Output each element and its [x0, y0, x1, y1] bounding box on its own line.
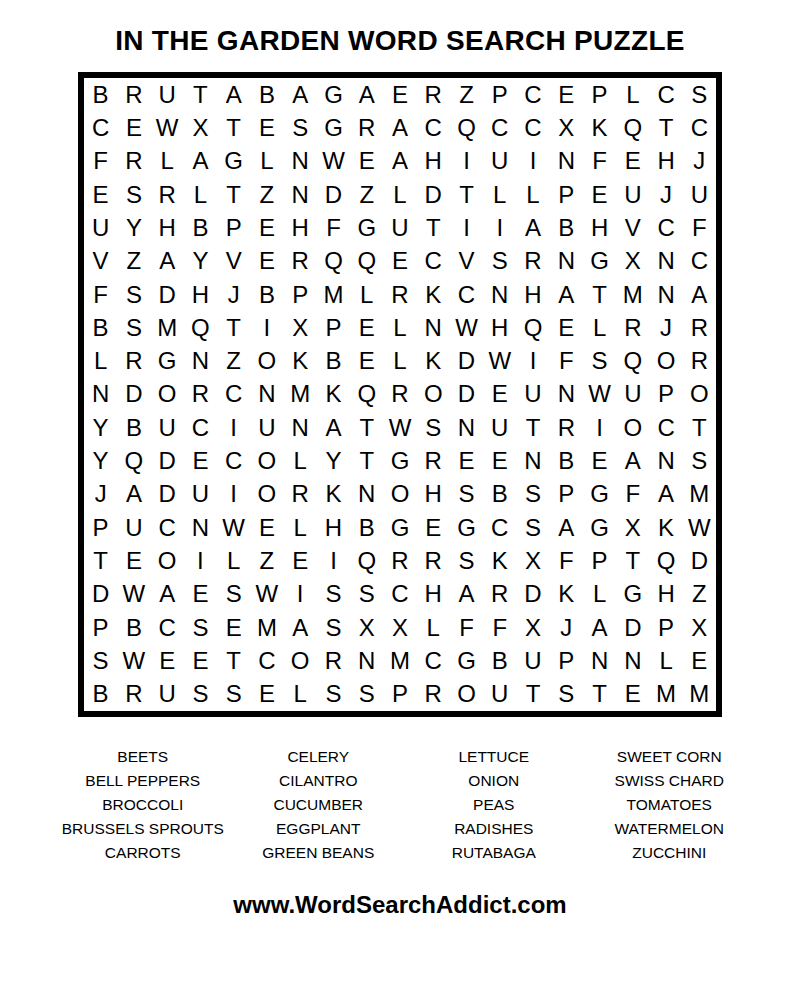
grid-cell[interactable]: S: [317, 611, 350, 644]
grid-cell[interactable]: E: [383, 245, 416, 278]
grid-cell[interactable]: U: [84, 211, 117, 244]
grid-cell[interactable]: H: [583, 211, 616, 244]
grid-cell[interactable]: B: [250, 78, 283, 111]
grid-cell[interactable]: N: [583, 644, 616, 677]
grid-cell[interactable]: A: [350, 78, 383, 111]
grid-cell[interactable]: A: [516, 211, 549, 244]
grid-cell[interactable]: Q: [516, 311, 549, 344]
grid-cell[interactable]: E: [184, 644, 217, 677]
grid-cell[interactable]: Q: [317, 245, 350, 278]
grid-cell[interactable]: U: [483, 145, 516, 178]
grid-cell[interactable]: K: [417, 345, 450, 378]
grid-cell[interactable]: B: [550, 444, 583, 477]
grid-cell[interactable]: R: [417, 78, 450, 111]
grid-cell[interactable]: P: [317, 311, 350, 344]
grid-cell[interactable]: A: [383, 111, 416, 144]
grid-cell[interactable]: E: [550, 78, 583, 111]
grid-cell[interactable]: F: [683, 211, 716, 244]
grid-cell[interactable]: T: [217, 311, 250, 344]
grid-cell[interactable]: B: [350, 511, 383, 544]
grid-cell[interactable]: M: [649, 678, 682, 711]
grid-cell[interactable]: F: [550, 345, 583, 378]
grid-cell[interactable]: R: [417, 678, 450, 711]
grid-cell[interactable]: G: [317, 78, 350, 111]
grid-cell[interactable]: E: [383, 78, 416, 111]
grid-cell[interactable]: U: [151, 78, 184, 111]
grid-cell[interactable]: P: [550, 644, 583, 677]
grid-cell[interactable]: A: [284, 611, 317, 644]
grid-cell[interactable]: D: [117, 378, 150, 411]
grid-cell[interactable]: R: [417, 444, 450, 477]
grid-cell[interactable]: L: [217, 544, 250, 577]
grid-cell[interactable]: G: [383, 511, 416, 544]
grid-cell[interactable]: T: [649, 111, 682, 144]
grid-cell[interactable]: D: [151, 278, 184, 311]
grid-cell[interactable]: Q: [649, 544, 682, 577]
grid-cell[interactable]: I: [217, 478, 250, 511]
grid-cell[interactable]: K: [284, 345, 317, 378]
grid-cell[interactable]: X: [284, 311, 317, 344]
grid-cell[interactable]: L: [284, 511, 317, 544]
grid-cell[interactable]: W: [117, 578, 150, 611]
grid-cell[interactable]: U: [151, 678, 184, 711]
grid-cell[interactable]: S: [317, 578, 350, 611]
grid-cell[interactable]: L: [583, 578, 616, 611]
grid-cell[interactable]: Z: [250, 178, 283, 211]
grid-cell[interactable]: Y: [84, 444, 117, 477]
grid-cell[interactable]: T: [350, 411, 383, 444]
grid-cell[interactable]: B: [117, 411, 150, 444]
grid-cell[interactable]: R: [117, 78, 150, 111]
grid-cell[interactable]: V: [84, 245, 117, 278]
grid-cell[interactable]: U: [483, 678, 516, 711]
grid-cell[interactable]: J: [84, 478, 117, 511]
grid-cell[interactable]: G: [450, 511, 483, 544]
grid-cell[interactable]: H: [184, 278, 217, 311]
grid-cell[interactable]: L: [417, 611, 450, 644]
grid-cell[interactable]: B: [84, 78, 117, 111]
grid-cell[interactable]: R: [550, 411, 583, 444]
grid-cell[interactable]: W: [450, 311, 483, 344]
grid-cell[interactable]: B: [84, 311, 117, 344]
grid-cell[interactable]: L: [583, 311, 616, 344]
grid-cell[interactable]: R: [483, 578, 516, 611]
grid-cell[interactable]: F: [616, 478, 649, 511]
grid-cell[interactable]: G: [450, 644, 483, 677]
grid-cell[interactable]: I: [450, 211, 483, 244]
grid-cell[interactable]: I: [284, 578, 317, 611]
grid-cell[interactable]: P: [483, 78, 516, 111]
grid-cell[interactable]: H: [417, 145, 450, 178]
grid-cell[interactable]: E: [350, 345, 383, 378]
grid-cell[interactable]: H: [649, 145, 682, 178]
grid-cell[interactable]: E: [250, 511, 283, 544]
grid-cell[interactable]: G: [317, 111, 350, 144]
grid-cell[interactable]: V: [217, 245, 250, 278]
grid-cell[interactable]: Q: [184, 311, 217, 344]
grid-cell[interactable]: L: [184, 178, 217, 211]
grid-cell[interactable]: B: [117, 611, 150, 644]
grid-cell[interactable]: P: [583, 78, 616, 111]
grid-cell[interactable]: T: [350, 444, 383, 477]
grid-cell[interactable]: I: [516, 145, 549, 178]
grid-cell[interactable]: S: [117, 311, 150, 344]
grid-cell[interactable]: M: [317, 278, 350, 311]
grid-cell[interactable]: P: [550, 478, 583, 511]
grid-cell[interactable]: Q: [450, 111, 483, 144]
grid-cell[interactable]: A: [317, 411, 350, 444]
grid-cell[interactable]: C: [683, 245, 716, 278]
grid-cell[interactable]: G: [383, 444, 416, 477]
grid-cell[interactable]: C: [483, 511, 516, 544]
grid-cell[interactable]: E: [616, 145, 649, 178]
grid-cell[interactable]: Y: [184, 245, 217, 278]
grid-cell[interactable]: S: [184, 678, 217, 711]
grid-cell[interactable]: W: [317, 145, 350, 178]
grid-cell[interactable]: E: [350, 311, 383, 344]
grid-cell[interactable]: F: [583, 145, 616, 178]
grid-cell[interactable]: X: [350, 611, 383, 644]
grid-cell[interactable]: S: [84, 644, 117, 677]
grid-cell[interactable]: U: [117, 511, 150, 544]
grid-cell[interactable]: T: [583, 678, 616, 711]
grid-cell[interactable]: W: [483, 345, 516, 378]
grid-cell[interactable]: H: [317, 511, 350, 544]
grid-cell[interactable]: L: [350, 278, 383, 311]
grid-cell[interactable]: A: [117, 478, 150, 511]
grid-cell[interactable]: S: [683, 444, 716, 477]
grid-cell[interactable]: I: [217, 411, 250, 444]
grid-cell[interactable]: K: [483, 544, 516, 577]
grid-cell[interactable]: F: [84, 145, 117, 178]
grid-cell[interactable]: C: [483, 111, 516, 144]
grid-cell[interactable]: D: [450, 378, 483, 411]
grid-cell[interactable]: F: [84, 278, 117, 311]
grid-cell[interactable]: K: [550, 578, 583, 611]
grid-cell[interactable]: F: [450, 611, 483, 644]
grid-cell[interactable]: N: [284, 145, 317, 178]
grid-cell[interactable]: R: [317, 644, 350, 677]
grid-cell[interactable]: C: [450, 278, 483, 311]
grid-cell[interactable]: N: [550, 145, 583, 178]
grid-cell[interactable]: T: [683, 411, 716, 444]
grid-cell[interactable]: N: [350, 644, 383, 677]
grid-cell[interactable]: E: [117, 111, 150, 144]
grid-cell[interactable]: C: [417, 644, 450, 677]
grid-cell[interactable]: E: [84, 178, 117, 211]
grid-cell[interactable]: Z: [217, 345, 250, 378]
grid-cell[interactable]: Q: [350, 245, 383, 278]
grid-cell[interactable]: E: [184, 444, 217, 477]
grid-cell[interactable]: A: [184, 145, 217, 178]
grid-cell[interactable]: R: [683, 311, 716, 344]
grid-cell[interactable]: W: [383, 411, 416, 444]
grid-cell[interactable]: H: [284, 211, 317, 244]
grid-cell[interactable]: X: [516, 611, 549, 644]
grid-cell[interactable]: J: [683, 145, 716, 178]
grid-cell[interactable]: E: [217, 611, 250, 644]
grid-cell[interactable]: T: [217, 178, 250, 211]
grid-cell[interactable]: T: [450, 178, 483, 211]
grid-cell[interactable]: S: [516, 478, 549, 511]
grid-cell[interactable]: P: [217, 211, 250, 244]
grid-cell[interactable]: N: [284, 178, 317, 211]
grid-cell[interactable]: O: [383, 478, 416, 511]
grid-cell[interactable]: A: [583, 611, 616, 644]
grid-cell[interactable]: R: [117, 345, 150, 378]
grid-cell[interactable]: A: [550, 278, 583, 311]
grid-cell[interactable]: Q: [117, 444, 150, 477]
grid-cell[interactable]: E: [683, 644, 716, 677]
grid-cell[interactable]: C: [649, 78, 682, 111]
grid-cell[interactable]: H: [417, 478, 450, 511]
grid-cell[interactable]: E: [550, 311, 583, 344]
grid-cell[interactable]: O: [151, 544, 184, 577]
grid-cell[interactable]: S: [117, 178, 150, 211]
grid-cell[interactable]: T: [84, 544, 117, 577]
grid-cell[interactable]: N: [184, 345, 217, 378]
grid-cell[interactable]: S: [350, 678, 383, 711]
grid-cell[interactable]: I: [516, 345, 549, 378]
grid-cell[interactable]: M: [250, 611, 283, 644]
grid-cell[interactable]: U: [184, 478, 217, 511]
grid-cell[interactable]: U: [516, 378, 549, 411]
grid-cell[interactable]: Z: [683, 578, 716, 611]
grid-cell[interactable]: R: [184, 378, 217, 411]
grid-cell[interactable]: L: [383, 345, 416, 378]
grid-cell[interactable]: W: [250, 578, 283, 611]
grid-cell[interactable]: E: [417, 511, 450, 544]
grid-cell[interactable]: N: [516, 444, 549, 477]
grid-cell[interactable]: G: [151, 345, 184, 378]
grid-cell[interactable]: E: [583, 178, 616, 211]
grid-cell[interactable]: J: [649, 311, 682, 344]
grid-cell[interactable]: B: [84, 678, 117, 711]
grid-cell[interactable]: U: [250, 411, 283, 444]
grid-cell[interactable]: Y: [117, 211, 150, 244]
grid-cell[interactable]: S: [450, 544, 483, 577]
grid-cell[interactable]: U: [616, 178, 649, 211]
grid-cell[interactable]: T: [516, 678, 549, 711]
grid-cell[interactable]: P: [649, 611, 682, 644]
grid-cell[interactable]: C: [383, 578, 416, 611]
grid-cell[interactable]: L: [616, 78, 649, 111]
grid-cell[interactable]: I: [583, 411, 616, 444]
grid-cell[interactable]: A: [550, 511, 583, 544]
grid-cell[interactable]: T: [217, 111, 250, 144]
grid-cell[interactable]: E: [616, 678, 649, 711]
grid-cell[interactable]: R: [350, 111, 383, 144]
grid-cell[interactable]: T: [417, 211, 450, 244]
grid-cell[interactable]: B: [250, 278, 283, 311]
grid-cell[interactable]: P: [383, 678, 416, 711]
grid-cell[interactable]: E: [483, 378, 516, 411]
grid-cell[interactable]: E: [184, 578, 217, 611]
grid-cell[interactable]: D: [84, 578, 117, 611]
grid-cell[interactable]: B: [550, 211, 583, 244]
grid-cell[interactable]: S: [683, 78, 716, 111]
grid-cell[interactable]: E: [350, 145, 383, 178]
grid-cell[interactable]: F: [317, 211, 350, 244]
grid-cell[interactable]: A: [683, 278, 716, 311]
grid-cell[interactable]: P: [649, 378, 682, 411]
grid-cell[interactable]: D: [450, 345, 483, 378]
grid-cell[interactable]: W: [217, 511, 250, 544]
grid-cell[interactable]: E: [483, 444, 516, 477]
grid-cell[interactable]: E: [250, 211, 283, 244]
grid-cell[interactable]: S: [217, 678, 250, 711]
grid-cell[interactable]: S: [516, 511, 549, 544]
grid-cell[interactable]: C: [217, 378, 250, 411]
grid-cell[interactable]: C: [151, 511, 184, 544]
grid-cell[interactable]: Q: [616, 111, 649, 144]
grid-cell[interactable]: H: [417, 578, 450, 611]
grid-cell[interactable]: O: [450, 678, 483, 711]
grid-cell[interactable]: J: [550, 611, 583, 644]
grid-cell[interactable]: F: [483, 611, 516, 644]
grid-cell[interactable]: S: [350, 578, 383, 611]
grid-cell[interactable]: N: [616, 644, 649, 677]
grid-cell[interactable]: L: [284, 444, 317, 477]
grid-cell[interactable]: N: [250, 378, 283, 411]
grid-cell[interactable]: N: [649, 245, 682, 278]
grid-cell[interactable]: S: [284, 111, 317, 144]
grid-cell[interactable]: H: [516, 278, 549, 311]
grid-cell[interactable]: N: [84, 378, 117, 411]
grid-cell[interactable]: A: [151, 578, 184, 611]
grid-cell[interactable]: L: [483, 178, 516, 211]
grid-cell[interactable]: N: [483, 278, 516, 311]
grid-cell[interactable]: U: [383, 211, 416, 244]
grid-cell[interactable]: A: [217, 78, 250, 111]
grid-cell[interactable]: N: [550, 378, 583, 411]
grid-cell[interactable]: C: [151, 611, 184, 644]
grid-cell[interactable]: U: [483, 411, 516, 444]
grid-cell[interactable]: D: [616, 611, 649, 644]
grid-cell[interactable]: C: [417, 111, 450, 144]
grid-cell[interactable]: O: [683, 378, 716, 411]
grid-cell[interactable]: N: [649, 444, 682, 477]
grid-cell[interactable]: N: [550, 245, 583, 278]
grid-cell[interactable]: R: [683, 345, 716, 378]
grid-cell[interactable]: Z: [350, 178, 383, 211]
grid-cell[interactable]: W: [583, 378, 616, 411]
grid-cell[interactable]: C: [649, 411, 682, 444]
grid-cell[interactable]: M: [383, 644, 416, 677]
grid-cell[interactable]: K: [417, 278, 450, 311]
grid-cell[interactable]: I: [450, 145, 483, 178]
grid-cell[interactable]: S: [217, 578, 250, 611]
grid-cell[interactable]: R: [117, 678, 150, 711]
grid-cell[interactable]: X: [616, 511, 649, 544]
grid-cell[interactable]: L: [383, 178, 416, 211]
grid-cell[interactable]: E: [450, 444, 483, 477]
grid-cell[interactable]: J: [217, 278, 250, 311]
grid-cell[interactable]: O: [417, 378, 450, 411]
grid-cell[interactable]: E: [117, 544, 150, 577]
grid-cell[interactable]: D: [151, 444, 184, 477]
grid-cell[interactable]: S: [417, 411, 450, 444]
grid-cell[interactable]: W: [117, 644, 150, 677]
grid-cell[interactable]: U: [516, 644, 549, 677]
grid-cell[interactable]: R: [151, 178, 184, 211]
grid-cell[interactable]: Q: [350, 544, 383, 577]
grid-cell[interactable]: A: [616, 444, 649, 477]
grid-cell[interactable]: N: [417, 311, 450, 344]
grid-cell[interactable]: W: [683, 511, 716, 544]
grid-cell[interactable]: F: [550, 544, 583, 577]
grid-cell[interactable]: M: [683, 678, 716, 711]
grid-cell[interactable]: S: [117, 278, 150, 311]
grid-cell[interactable]: T: [516, 411, 549, 444]
grid-cell[interactable]: C: [516, 78, 549, 111]
grid-cell[interactable]: U: [683, 178, 716, 211]
grid-cell[interactable]: O: [250, 444, 283, 477]
grid-cell[interactable]: G: [583, 511, 616, 544]
grid-cell[interactable]: C: [649, 211, 682, 244]
grid-cell[interactable]: E: [583, 444, 616, 477]
grid-cell[interactable]: Z: [117, 245, 150, 278]
grid-cell[interactable]: V: [616, 211, 649, 244]
grid-cell[interactable]: I: [317, 544, 350, 577]
grid-cell[interactable]: X: [683, 611, 716, 644]
grid-cell[interactable]: X: [184, 111, 217, 144]
grid-cell[interactable]: I: [184, 544, 217, 577]
grid-cell[interactable]: P: [284, 278, 317, 311]
grid-cell[interactable]: P: [583, 544, 616, 577]
grid-cell[interactable]: S: [450, 478, 483, 511]
grid-cell[interactable]: S: [317, 678, 350, 711]
grid-cell[interactable]: D: [417, 178, 450, 211]
grid-cell[interactable]: D: [516, 578, 549, 611]
grid-cell[interactable]: C: [417, 245, 450, 278]
grid-cell[interactable]: S: [583, 345, 616, 378]
grid-cell[interactable]: X: [550, 111, 583, 144]
grid-cell[interactable]: N: [350, 478, 383, 511]
grid-cell[interactable]: O: [250, 345, 283, 378]
grid-cell[interactable]: R: [516, 245, 549, 278]
grid-cell[interactable]: J: [649, 178, 682, 211]
grid-cell[interactable]: Q: [350, 378, 383, 411]
grid-cell[interactable]: A: [284, 78, 317, 111]
grid-cell[interactable]: G: [217, 145, 250, 178]
grid-cell[interactable]: B: [483, 478, 516, 511]
grid-cell[interactable]: K: [649, 511, 682, 544]
grid-cell[interactable]: S: [184, 611, 217, 644]
grid-cell[interactable]: C: [217, 444, 250, 477]
grid-cell[interactable]: G: [350, 211, 383, 244]
grid-cell[interactable]: L: [250, 145, 283, 178]
grid-cell[interactable]: O: [151, 378, 184, 411]
grid-cell[interactable]: P: [84, 511, 117, 544]
grid-cell[interactable]: K: [317, 378, 350, 411]
grid-cell[interactable]: S: [483, 245, 516, 278]
grid-cell[interactable]: W: [151, 111, 184, 144]
grid-cell[interactable]: O: [616, 411, 649, 444]
grid-cell[interactable]: B: [184, 211, 217, 244]
grid-cell[interactable]: E: [250, 245, 283, 278]
grid-cell[interactable]: R: [616, 311, 649, 344]
grid-cell[interactable]: B: [317, 345, 350, 378]
grid-cell[interactable]: C: [516, 111, 549, 144]
grid-cell[interactable]: O: [649, 345, 682, 378]
grid-cell[interactable]: T: [616, 544, 649, 577]
grid-cell[interactable]: T: [184, 78, 217, 111]
grid-cell[interactable]: R: [383, 544, 416, 577]
grid-cell[interactable]: E: [250, 678, 283, 711]
grid-cell[interactable]: Q: [616, 345, 649, 378]
grid-cell[interactable]: D: [317, 178, 350, 211]
